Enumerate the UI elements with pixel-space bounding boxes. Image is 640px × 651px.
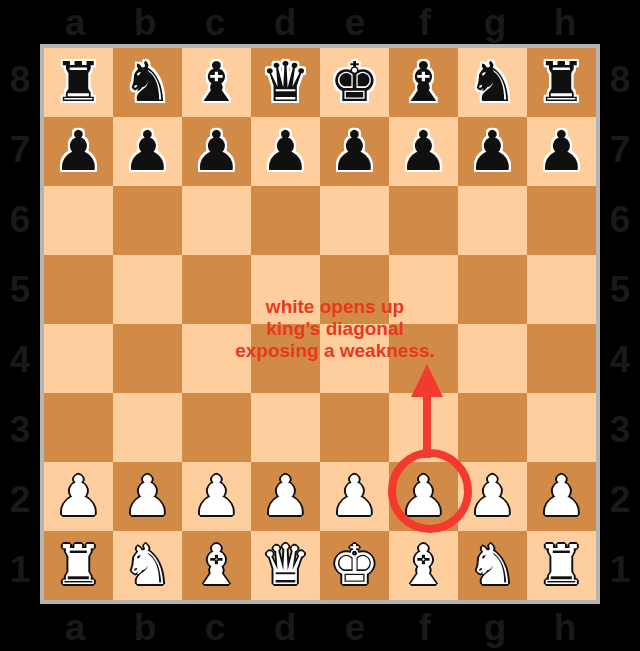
square-e1[interactable]: ♚ bbox=[320, 531, 389, 600]
rank-label-5: 5 bbox=[600, 254, 640, 324]
black-pawn-g7[interactable]: ♟ bbox=[468, 117, 517, 186]
file-label-h: h bbox=[530, 604, 600, 651]
square-g7[interactable]: ♟ bbox=[458, 117, 527, 186]
square-h7[interactable]: ♟ bbox=[527, 117, 596, 186]
rank-label-6: 6 bbox=[600, 184, 640, 254]
file-label-h: h bbox=[530, 0, 600, 44]
white-king-e1[interactable]: ♚ bbox=[330, 531, 379, 600]
rank-label-6: 6 bbox=[0, 184, 40, 254]
black-pawn-f7[interactable]: ♟ bbox=[399, 117, 448, 186]
file-label-d: d bbox=[250, 0, 320, 44]
square-g8[interactable]: ♞ bbox=[458, 48, 527, 117]
rank-label-8: 8 bbox=[600, 44, 640, 114]
rank-label-8: 8 bbox=[0, 44, 40, 114]
square-a1[interactable]: ♜ bbox=[44, 531, 113, 600]
annotation-line-3: exposing a weakness. bbox=[185, 340, 485, 362]
black-pawn-d7[interactable]: ♟ bbox=[261, 117, 310, 186]
square-c6[interactable] bbox=[182, 186, 251, 255]
square-a6[interactable] bbox=[44, 186, 113, 255]
black-pawn-c7[interactable]: ♟ bbox=[192, 117, 241, 186]
square-a4[interactable] bbox=[44, 324, 113, 393]
file-label-f: f bbox=[390, 604, 460, 651]
square-e2[interactable]: ♟ bbox=[320, 462, 389, 531]
rank-label-7: 7 bbox=[600, 114, 640, 184]
square-h5[interactable] bbox=[527, 255, 596, 324]
square-f8[interactable]: ♝ bbox=[389, 48, 458, 117]
square-a3[interactable] bbox=[44, 393, 113, 462]
square-e3[interactable] bbox=[320, 393, 389, 462]
black-queen-d8[interactable]: ♛ bbox=[261, 48, 310, 117]
white-pawn-a2[interactable]: ♟ bbox=[54, 462, 103, 531]
rank-label-4: 4 bbox=[600, 324, 640, 394]
rank-label-7: 7 bbox=[0, 114, 40, 184]
white-pawn-e2[interactable]: ♟ bbox=[330, 462, 379, 531]
white-bishop-f1[interactable]: ♝ bbox=[399, 531, 448, 600]
square-d7[interactable]: ♟ bbox=[251, 117, 320, 186]
move-arrow-head-icon bbox=[411, 364, 443, 397]
square-g1[interactable]: ♞ bbox=[458, 531, 527, 600]
square-c2[interactable]: ♟ bbox=[182, 462, 251, 531]
rank-label-2: 2 bbox=[600, 464, 640, 534]
rank-label-5: 5 bbox=[0, 254, 40, 324]
white-pawn-d2[interactable]: ♟ bbox=[261, 462, 310, 531]
square-b2[interactable]: ♟ bbox=[113, 462, 182, 531]
black-pawn-b7[interactable]: ♟ bbox=[123, 117, 172, 186]
rank-label-2: 2 bbox=[0, 464, 40, 534]
square-b5[interactable] bbox=[113, 255, 182, 324]
square-a8[interactable]: ♜ bbox=[44, 48, 113, 117]
black-pawn-h7[interactable]: ♟ bbox=[537, 117, 586, 186]
square-b3[interactable] bbox=[113, 393, 182, 462]
square-c1[interactable]: ♝ bbox=[182, 531, 251, 600]
file-label-g: g bbox=[460, 0, 530, 44]
black-king-e8[interactable]: ♚ bbox=[330, 48, 379, 117]
square-d6[interactable] bbox=[251, 186, 320, 255]
file-label-e: e bbox=[320, 0, 390, 44]
square-b6[interactable] bbox=[113, 186, 182, 255]
square-a7[interactable]: ♟ bbox=[44, 117, 113, 186]
square-f6[interactable] bbox=[389, 186, 458, 255]
square-f7[interactable]: ♟ bbox=[389, 117, 458, 186]
square-d8[interactable]: ♛ bbox=[251, 48, 320, 117]
file-label-b: b bbox=[110, 604, 180, 651]
highlight-circle-f2 bbox=[388, 449, 472, 533]
rank-label-4: 4 bbox=[0, 324, 40, 394]
chess-lesson-canvas: abcdefgh 87654321 ♜♞♝♛♚♝♞♜♟♟♟♟♟♟♟♟♟♟♟♟♟♟… bbox=[0, 0, 640, 651]
square-h3[interactable] bbox=[527, 393, 596, 462]
rank-label-3: 3 bbox=[0, 394, 40, 464]
square-a5[interactable] bbox=[44, 255, 113, 324]
square-f1[interactable]: ♝ bbox=[389, 531, 458, 600]
file-label-a: a bbox=[40, 0, 110, 44]
file-label-d: d bbox=[250, 604, 320, 651]
square-h4[interactable] bbox=[527, 324, 596, 393]
square-c7[interactable]: ♟ bbox=[182, 117, 251, 186]
move-arrow-shaft bbox=[423, 394, 431, 458]
black-pawn-a7[interactable]: ♟ bbox=[54, 117, 103, 186]
white-knight-g1[interactable]: ♞ bbox=[468, 531, 517, 600]
white-rook-a1[interactable]: ♜ bbox=[54, 531, 103, 600]
square-b1[interactable]: ♞ bbox=[113, 531, 182, 600]
black-knight-b8[interactable]: ♞ bbox=[123, 48, 172, 117]
square-a2[interactable]: ♟ bbox=[44, 462, 113, 531]
black-rook-a8[interactable]: ♜ bbox=[54, 48, 103, 117]
square-b4[interactable] bbox=[113, 324, 182, 393]
file-labels-top: abcdefgh bbox=[40, 0, 600, 44]
square-e6[interactable] bbox=[320, 186, 389, 255]
square-d3[interactable] bbox=[251, 393, 320, 462]
file-label-g: g bbox=[460, 604, 530, 651]
black-pawn-e7[interactable]: ♟ bbox=[330, 117, 379, 186]
file-labels-bottom: abcdefgh bbox=[40, 604, 600, 651]
square-h1[interactable]: ♜ bbox=[527, 531, 596, 600]
white-queen-d1[interactable]: ♛ bbox=[261, 531, 310, 600]
black-bishop-c8[interactable]: ♝ bbox=[192, 48, 241, 117]
square-e8[interactable]: ♚ bbox=[320, 48, 389, 117]
square-g3[interactable] bbox=[458, 393, 527, 462]
rank-label-1: 1 bbox=[0, 534, 40, 604]
white-rook-h1[interactable]: ♜ bbox=[537, 531, 586, 600]
square-b8[interactable]: ♞ bbox=[113, 48, 182, 117]
annotation-text: white opens up king’s diagonal exposing … bbox=[185, 296, 485, 362]
square-h8[interactable]: ♜ bbox=[527, 48, 596, 117]
file-label-b: b bbox=[110, 0, 180, 44]
file-label-a: a bbox=[40, 604, 110, 651]
white-pawn-c2[interactable]: ♟ bbox=[192, 462, 241, 531]
file-label-c: c bbox=[180, 604, 250, 651]
square-d1[interactable]: ♛ bbox=[251, 531, 320, 600]
rank-labels-left: 87654321 bbox=[0, 44, 40, 604]
square-b7[interactable]: ♟ bbox=[113, 117, 182, 186]
white-pawn-h2[interactable]: ♟ bbox=[537, 462, 586, 531]
white-bishop-c1[interactable]: ♝ bbox=[192, 531, 241, 600]
square-e7[interactable]: ♟ bbox=[320, 117, 389, 186]
rank-label-3: 3 bbox=[600, 394, 640, 464]
square-c8[interactable]: ♝ bbox=[182, 48, 251, 117]
file-label-f: f bbox=[390, 0, 460, 44]
white-knight-b1[interactable]: ♞ bbox=[123, 531, 172, 600]
black-rook-h8[interactable]: ♜ bbox=[537, 48, 586, 117]
white-pawn-g2[interactable]: ♟ bbox=[468, 462, 517, 531]
white-pawn-b2[interactable]: ♟ bbox=[123, 462, 172, 531]
square-h2[interactable]: ♟ bbox=[527, 462, 596, 531]
file-label-c: c bbox=[180, 0, 250, 44]
file-label-e: e bbox=[320, 604, 390, 651]
black-bishop-f8[interactable]: ♝ bbox=[399, 48, 448, 117]
annotation-line-2: king’s diagonal bbox=[185, 318, 485, 340]
square-d2[interactable]: ♟ bbox=[251, 462, 320, 531]
black-knight-g8[interactable]: ♞ bbox=[468, 48, 517, 117]
square-c3[interactable] bbox=[182, 393, 251, 462]
rank-label-1: 1 bbox=[600, 534, 640, 604]
annotation-line-1: white opens up bbox=[185, 296, 485, 318]
square-h6[interactable] bbox=[527, 186, 596, 255]
rank-labels-right: 87654321 bbox=[600, 44, 640, 604]
square-g6[interactable] bbox=[458, 186, 527, 255]
